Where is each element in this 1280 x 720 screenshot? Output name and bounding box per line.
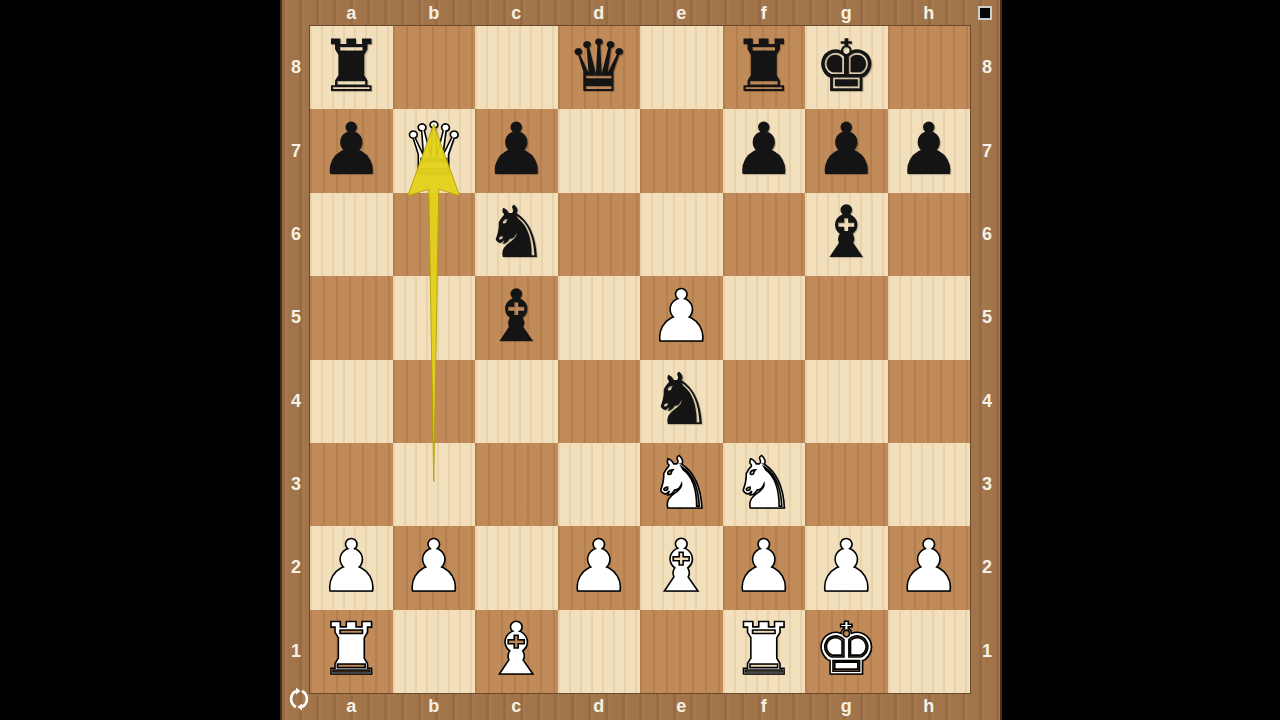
square-b8[interactable]: [393, 26, 476, 109]
white-pawn[interactable]: ♟: [401, 530, 466, 602]
square-e3[interactable]: ♞: [640, 443, 723, 526]
square-c4[interactable]: [475, 360, 558, 443]
square-a7[interactable]: ♟: [310, 109, 393, 192]
black-knight[interactable]: ♞: [484, 196, 549, 268]
square-f8[interactable]: ♜: [723, 26, 806, 109]
square-h5[interactable]: [888, 276, 971, 359]
letterbox-right: [1002, 0, 1280, 720]
white-bishop[interactable]: ♝: [484, 613, 549, 685]
square-g8[interactable]: ♚: [805, 26, 888, 109]
letterbox-left: [0, 0, 280, 720]
white-rook[interactable]: ♜: [319, 613, 384, 685]
square-e1[interactable]: [640, 610, 723, 693]
white-pawn[interactable]: ♟: [319, 530, 384, 602]
black-pawn[interactable]: ♟: [896, 113, 961, 185]
chess-board-frame: aabbccddeeffgghh8877665544332211 ♜♛♜♚♟♛♟…: [280, 0, 1002, 720]
square-b2[interactable]: ♟: [393, 526, 476, 609]
square-f3[interactable]: ♞: [723, 443, 806, 526]
square-e7[interactable]: [640, 109, 723, 192]
rank-label-1-right: 1: [970, 610, 1004, 693]
file-label-d: d: [558, 0, 641, 26]
rank-label-5-left: 5: [282, 276, 310, 359]
white-king[interactable]: ♚: [814, 613, 879, 685]
square-g1[interactable]: ♚: [805, 610, 888, 693]
white-pawn[interactable]: ♟: [731, 530, 796, 602]
square-b3[interactable]: [393, 443, 476, 526]
square-d3[interactable]: [558, 443, 641, 526]
rank-label-8-left: 8: [282, 26, 310, 109]
square-h2[interactable]: ♟: [888, 526, 971, 609]
square-h4[interactable]: [888, 360, 971, 443]
square-a2[interactable]: ♟: [310, 526, 393, 609]
square-a3[interactable]: [310, 443, 393, 526]
square-c7[interactable]: ♟: [475, 109, 558, 192]
file-label-b: b: [393, 0, 476, 26]
square-a6[interactable]: [310, 193, 393, 276]
file-label-h: h: [888, 0, 971, 26]
square-f4[interactable]: [723, 360, 806, 443]
rank-label-1-left: 1: [282, 610, 310, 693]
rank-label-7-left: 7: [282, 109, 310, 192]
rank-label-3-right: 3: [970, 443, 1004, 526]
square-a8[interactable]: ♜: [310, 26, 393, 109]
square-d1[interactable]: [558, 610, 641, 693]
square-f7[interactable]: ♟: [723, 109, 806, 192]
file-label-c: c: [475, 0, 558, 26]
white-bishop[interactable]: ♝: [649, 530, 714, 602]
black-knight[interactable]: ♞: [649, 363, 714, 435]
square-c8[interactable]: [475, 26, 558, 109]
square-e8[interactable]: [640, 26, 723, 109]
square-e2[interactable]: ♝: [640, 526, 723, 609]
white-pawn[interactable]: ♟: [814, 530, 879, 602]
square-d8[interactable]: ♛: [558, 26, 641, 109]
flip-board-icon[interactable]: [287, 687, 311, 711]
rank-label-2-left: 2: [282, 526, 310, 609]
rank-label-4-right: 4: [970, 360, 1004, 443]
square-f2[interactable]: ♟: [723, 526, 806, 609]
black-bishop[interactable]: ♝: [484, 280, 549, 352]
square-c3[interactable]: [475, 443, 558, 526]
video-frame: aabbccddeeffgghh8877665544332211 ♜♛♜♚♟♛♟…: [0, 0, 1280, 720]
black-queen[interactable]: ♛: [566, 30, 631, 102]
square-d7[interactable]: [558, 109, 641, 192]
square-f1[interactable]: ♜: [723, 610, 806, 693]
square-b7[interactable]: ♛: [393, 109, 476, 192]
square-f5[interactable]: [723, 276, 806, 359]
white-pawn[interactable]: ♟: [896, 530, 961, 602]
square-b1[interactable]: [393, 610, 476, 693]
rank-label-6-right: 6: [970, 193, 1004, 276]
square-c5[interactable]: ♝: [475, 276, 558, 359]
black-pawn[interactable]: ♟: [484, 113, 549, 185]
rank-label-2-right: 2: [970, 526, 1004, 609]
black-pawn[interactable]: ♟: [319, 113, 384, 185]
file-label-b: b: [393, 693, 476, 720]
file-label-e: e: [640, 0, 723, 26]
black-pawn[interactable]: ♟: [731, 113, 796, 185]
square-d6[interactable]: [558, 193, 641, 276]
file-label-a: a: [310, 693, 393, 720]
black-pawn[interactable]: ♟: [814, 113, 879, 185]
rank-label-3-left: 3: [282, 443, 310, 526]
file-label-e: e: [640, 693, 723, 720]
square-f6[interactable]: [723, 193, 806, 276]
square-h8[interactable]: [888, 26, 971, 109]
white-rook[interactable]: ♜: [731, 613, 796, 685]
square-a5[interactable]: [310, 276, 393, 359]
square-g5[interactable]: [805, 276, 888, 359]
square-b6[interactable]: [393, 193, 476, 276]
file-label-g: g: [805, 0, 888, 26]
square-a1[interactable]: ♜: [310, 610, 393, 693]
white-knight[interactable]: ♞: [649, 447, 714, 519]
black-rook[interactable]: ♜: [731, 30, 796, 102]
file-label-a: a: [310, 0, 393, 26]
white-queen[interactable]: ♛: [401, 113, 466, 185]
square-d2[interactable]: ♟: [558, 526, 641, 609]
square-g3[interactable]: [805, 443, 888, 526]
file-label-h: h: [888, 693, 971, 720]
file-label-g: g: [805, 693, 888, 720]
square-h6[interactable]: [888, 193, 971, 276]
square-e5[interactable]: ♟: [640, 276, 723, 359]
square-g7[interactable]: ♟: [805, 109, 888, 192]
square-g2[interactable]: ♟: [805, 526, 888, 609]
square-c1[interactable]: ♝: [475, 610, 558, 693]
rank-label-4-left: 4: [282, 360, 310, 443]
square-b4[interactable]: [393, 360, 476, 443]
file-label-d: d: [558, 693, 641, 720]
white-pawn[interactable]: ♟: [566, 530, 631, 602]
file-label-f: f: [723, 693, 806, 720]
square-d4[interactable]: [558, 360, 641, 443]
square-b5[interactable]: [393, 276, 476, 359]
white-pawn[interactable]: ♟: [649, 280, 714, 352]
rank-label-8-right: 8: [970, 26, 1004, 109]
square-g6[interactable]: ♝: [805, 193, 888, 276]
file-label-f: f: [723, 0, 806, 26]
square-e6[interactable]: [640, 193, 723, 276]
black-to-move-indicator: [978, 6, 992, 20]
square-c2[interactable]: [475, 526, 558, 609]
black-bishop[interactable]: ♝: [814, 196, 879, 268]
rank-label-6-left: 6: [282, 193, 310, 276]
white-knight[interactable]: ♞: [731, 447, 796, 519]
square-g4[interactable]: [805, 360, 888, 443]
square-d5[interactable]: [558, 276, 641, 359]
square-h1[interactable]: [888, 610, 971, 693]
black-king[interactable]: ♚: [814, 30, 879, 102]
rank-label-7-right: 7: [970, 109, 1004, 192]
square-a4[interactable]: [310, 360, 393, 443]
black-rook[interactable]: ♜: [319, 30, 384, 102]
file-label-c: c: [475, 693, 558, 720]
square-e4[interactable]: ♞: [640, 360, 723, 443]
rank-label-5-right: 5: [970, 276, 1004, 359]
chess-board[interactable]: ♜♛♜♚♟♛♟♟♟♟♞♝♝♟♞♞♞♟♟♟♝♟♟♟♜♝♜♚: [310, 26, 970, 693]
square-c6[interactable]: ♞: [475, 193, 558, 276]
square-h3[interactable]: [888, 443, 971, 526]
square-h7[interactable]: ♟: [888, 109, 971, 192]
